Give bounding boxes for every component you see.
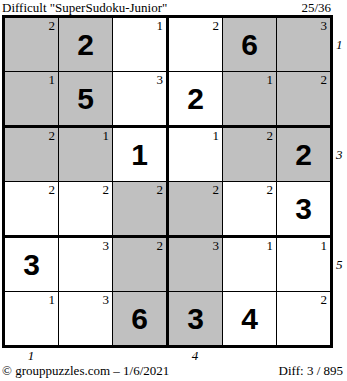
corner-mark: 1	[213, 129, 220, 143]
difficulty-text: Diff: 3 / 895	[279, 363, 343, 379]
copyright-text: © grouppuzzles.com – 1/6/2021	[2, 363, 169, 379]
corner-mark: 2	[49, 129, 56, 143]
cell-r3c1[interactable]: 2	[5, 128, 59, 182]
cell-r3c4[interactable]: 1	[169, 128, 223, 182]
cell-r3c5[interactable]: 2	[223, 128, 277, 182]
corner-mark: 2	[213, 19, 220, 33]
cell-r4c6[interactable]: 3	[277, 182, 330, 238]
given-digit: 6	[223, 18, 276, 71]
corner-mark: 1	[267, 239, 274, 253]
cells-remaining-counter: 25/36	[301, 0, 331, 16]
given-digit: 1	[113, 128, 166, 181]
cell-r5c5[interactable]: 1	[223, 238, 277, 292]
cell-r6c5[interactable]: 4	[223, 292, 277, 345]
cell-r1c2[interactable]: 2	[59, 18, 113, 72]
col-label-1: 1	[28, 349, 35, 362]
sudoku-board: 221263153212211122222223332311136342	[2, 15, 333, 348]
cell-r2c6[interactable]: 2	[277, 72, 330, 128]
cell-r6c6[interactable]: 2	[277, 292, 330, 345]
given-digit: 3	[5, 238, 58, 291]
corner-mark: 2	[321, 293, 328, 307]
cell-r6c3[interactable]: 6	[113, 292, 169, 345]
cell-r4c4[interactable]: 2	[169, 182, 223, 238]
corner-mark: 3	[103, 239, 110, 253]
corner-mark: 3	[103, 293, 110, 307]
given-digit: 6	[113, 292, 166, 345]
corner-mark: 2	[157, 183, 164, 197]
corner-mark: 1	[157, 19, 164, 33]
cell-r1c5[interactable]: 6	[223, 18, 277, 72]
cell-r4c2[interactable]: 2	[59, 182, 113, 238]
cell-r6c1[interactable]: 1	[5, 292, 59, 345]
corner-mark: 2	[267, 129, 274, 143]
row-label-3: 3	[336, 148, 343, 161]
corner-mark: 2	[213, 183, 220, 197]
cell-r1c3[interactable]: 1	[113, 18, 169, 72]
cell-r5c3[interactable]: 2	[113, 238, 169, 292]
corner-mark: 2	[157, 239, 164, 253]
row-label-5: 5	[336, 258, 343, 271]
cell-r5c4[interactable]: 3	[169, 238, 223, 292]
cell-r5c6[interactable]: 1	[277, 238, 330, 292]
cell-r6c2[interactable]: 3	[59, 292, 113, 345]
cell-r4c5[interactable]: 2	[223, 182, 277, 238]
given-digit: 2	[277, 128, 330, 181]
given-digit: 2	[169, 72, 222, 125]
corner-mark: 3	[213, 239, 220, 253]
cell-r1c4[interactable]: 2	[169, 18, 223, 72]
puzzle-title: Difficult "SuperSudoku-Junior"	[2, 0, 167, 16]
corner-mark: 1	[49, 293, 56, 307]
corner-mark: 1	[267, 73, 274, 87]
cell-r3c3[interactable]: 1	[113, 128, 169, 182]
corner-mark: 2	[49, 183, 56, 197]
corner-mark: 2	[103, 183, 110, 197]
cell-r2c3[interactable]: 3	[113, 72, 169, 128]
given-digit: 4	[223, 292, 276, 345]
given-digit: 5	[59, 72, 112, 125]
cell-r2c5[interactable]: 1	[223, 72, 277, 128]
corner-mark: 1	[103, 129, 110, 143]
cell-r1c1[interactable]: 2	[5, 18, 59, 72]
cell-r2c4[interactable]: 2	[169, 72, 223, 128]
given-digit: 3	[277, 182, 330, 235]
corner-mark: 1	[49, 73, 56, 87]
cell-r1c6[interactable]: 3	[277, 18, 330, 72]
col-label-4: 4	[192, 349, 199, 362]
corner-mark: 3	[321, 19, 328, 33]
corner-mark: 2	[267, 183, 274, 197]
row-label-1: 1	[336, 38, 343, 51]
cell-r4c3[interactable]: 2	[113, 182, 169, 238]
corner-mark: 2	[49, 19, 56, 33]
corner-mark: 2	[321, 73, 328, 87]
cell-r5c1[interactable]: 3	[5, 238, 59, 292]
cell-r2c1[interactable]: 1	[5, 72, 59, 128]
cell-r3c2[interactable]: 1	[59, 128, 113, 182]
cell-r6c4[interactable]: 3	[169, 292, 223, 345]
corner-mark: 1	[321, 239, 328, 253]
cell-r4c1[interactable]: 2	[5, 182, 59, 238]
cell-r5c2[interactable]: 3	[59, 238, 113, 292]
given-digit: 2	[59, 18, 112, 71]
cell-r3c6[interactable]: 2	[277, 128, 330, 182]
corner-mark: 3	[157, 73, 164, 87]
given-digit: 3	[169, 292, 222, 345]
cell-r2c2[interactable]: 5	[59, 72, 113, 128]
